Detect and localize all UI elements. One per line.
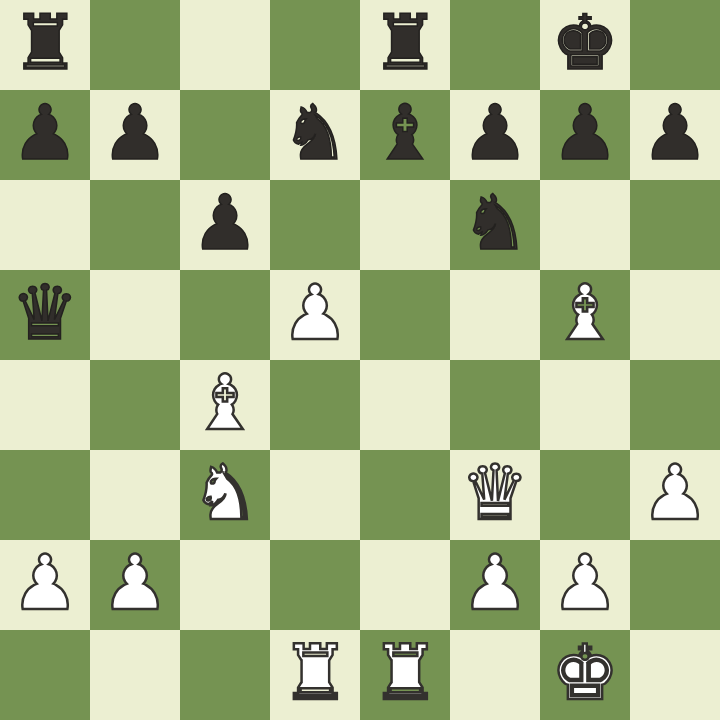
square-d5[interactable]: ♟ — [270, 270, 360, 360]
square-b5[interactable] — [90, 270, 180, 360]
square-f4[interactable] — [450, 360, 540, 450]
square-a3[interactable] — [0, 450, 90, 540]
square-f2[interactable]: ♟ — [450, 540, 540, 630]
square-e6[interactable] — [360, 180, 450, 270]
square-g8[interactable]: ♚ — [540, 0, 630, 90]
square-c7[interactable] — [180, 90, 270, 180]
piece-white-knight[interactable]: ♞ — [191, 448, 259, 538]
piece-black-queen[interactable]: ♛ — [11, 268, 79, 358]
piece-white-pawn[interactable]: ♟ — [101, 538, 169, 628]
piece-black-king[interactable]: ♚ — [551, 0, 619, 88]
square-h7[interactable]: ♟ — [630, 90, 720, 180]
square-f3[interactable]: ♛ — [450, 450, 540, 540]
square-e8[interactable]: ♜ — [360, 0, 450, 90]
square-c1[interactable] — [180, 630, 270, 720]
piece-black-knight[interactable]: ♞ — [461, 178, 529, 268]
square-e2[interactable] — [360, 540, 450, 630]
piece-black-pawn[interactable]: ♟ — [551, 88, 619, 178]
square-d4[interactable] — [270, 360, 360, 450]
square-c2[interactable] — [180, 540, 270, 630]
chess-board: ♜♜♚♟♟♞♝♟♟♟♟♞♛♟♝♝♞♛♟♟♟♟♟♜♜♚ — [0, 0, 720, 720]
square-e5[interactable] — [360, 270, 450, 360]
square-a5[interactable]: ♛ — [0, 270, 90, 360]
square-g5[interactable]: ♝ — [540, 270, 630, 360]
square-c6[interactable]: ♟ — [180, 180, 270, 270]
piece-black-pawn[interactable]: ♟ — [101, 88, 169, 178]
square-c4[interactable]: ♝ — [180, 360, 270, 450]
piece-black-pawn[interactable]: ♟ — [11, 88, 79, 178]
square-h1[interactable] — [630, 630, 720, 720]
square-c8[interactable] — [180, 0, 270, 90]
square-b8[interactable] — [90, 0, 180, 90]
piece-white-rook[interactable]: ♜ — [371, 628, 439, 718]
square-e7[interactable]: ♝ — [360, 90, 450, 180]
square-h8[interactable] — [630, 0, 720, 90]
piece-black-rook[interactable]: ♜ — [371, 0, 439, 88]
piece-white-pawn[interactable]: ♟ — [11, 538, 79, 628]
square-e3[interactable] — [360, 450, 450, 540]
piece-white-pawn[interactable]: ♟ — [461, 538, 529, 628]
square-c3[interactable]: ♞ — [180, 450, 270, 540]
piece-white-bishop[interactable]: ♝ — [191, 358, 259, 448]
square-e1[interactable]: ♜ — [360, 630, 450, 720]
square-b6[interactable] — [90, 180, 180, 270]
square-g6[interactable] — [540, 180, 630, 270]
square-f5[interactable] — [450, 270, 540, 360]
piece-black-pawn[interactable]: ♟ — [461, 88, 529, 178]
square-d1[interactable]: ♜ — [270, 630, 360, 720]
square-a4[interactable] — [0, 360, 90, 450]
square-d6[interactable] — [270, 180, 360, 270]
square-h2[interactable] — [630, 540, 720, 630]
square-h4[interactable] — [630, 360, 720, 450]
square-g3[interactable] — [540, 450, 630, 540]
piece-black-pawn[interactable]: ♟ — [191, 178, 259, 268]
piece-white-pawn[interactable]: ♟ — [641, 448, 709, 538]
square-b7[interactable]: ♟ — [90, 90, 180, 180]
piece-white-pawn[interactable]: ♟ — [551, 538, 619, 628]
square-g4[interactable] — [540, 360, 630, 450]
square-d3[interactable] — [270, 450, 360, 540]
square-b3[interactable] — [90, 450, 180, 540]
square-f6[interactable]: ♞ — [450, 180, 540, 270]
square-d7[interactable]: ♞ — [270, 90, 360, 180]
square-a1[interactable] — [0, 630, 90, 720]
piece-white-bishop[interactable]: ♝ — [551, 268, 619, 358]
square-f7[interactable]: ♟ — [450, 90, 540, 180]
square-b2[interactable]: ♟ — [90, 540, 180, 630]
square-b1[interactable] — [90, 630, 180, 720]
piece-white-queen[interactable]: ♛ — [461, 448, 529, 538]
square-h6[interactable] — [630, 180, 720, 270]
piece-black-pawn[interactable]: ♟ — [641, 88, 709, 178]
square-g7[interactable]: ♟ — [540, 90, 630, 180]
square-a8[interactable]: ♜ — [0, 0, 90, 90]
square-g2[interactable]: ♟ — [540, 540, 630, 630]
piece-black-knight[interactable]: ♞ — [281, 88, 349, 178]
square-h3[interactable]: ♟ — [630, 450, 720, 540]
square-d2[interactable] — [270, 540, 360, 630]
piece-black-bishop[interactable]: ♝ — [371, 88, 439, 178]
square-f8[interactable] — [450, 0, 540, 90]
piece-white-rook[interactable]: ♜ — [281, 628, 349, 718]
square-g1[interactable]: ♚ — [540, 630, 630, 720]
square-d8[interactable] — [270, 0, 360, 90]
square-a2[interactable]: ♟ — [0, 540, 90, 630]
square-e4[interactable] — [360, 360, 450, 450]
square-b4[interactable] — [90, 360, 180, 450]
piece-white-king[interactable]: ♚ — [551, 628, 619, 718]
piece-black-rook[interactable]: ♜ — [11, 0, 79, 88]
square-a7[interactable]: ♟ — [0, 90, 90, 180]
square-f1[interactable] — [450, 630, 540, 720]
piece-white-pawn[interactable]: ♟ — [281, 268, 349, 358]
square-h5[interactable] — [630, 270, 720, 360]
square-c5[interactable] — [180, 270, 270, 360]
square-a6[interactable] — [0, 180, 90, 270]
